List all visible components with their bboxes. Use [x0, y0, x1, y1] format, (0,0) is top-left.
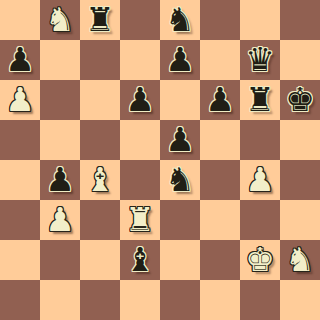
square-f2[interactable]	[200, 240, 240, 280]
square-c7[interactable]	[80, 40, 120, 80]
square-a7[interactable]: ♟	[0, 40, 40, 80]
square-c3[interactable]	[80, 200, 120, 240]
square-a3[interactable]	[0, 200, 40, 240]
black-pawn-icon[interactable]: ♟	[120, 80, 160, 120]
square-d3[interactable]: ♜	[120, 200, 160, 240]
square-a6[interactable]: ♟	[0, 80, 40, 120]
square-e1[interactable]	[160, 280, 200, 320]
black-rook-icon[interactable]: ♜	[240, 80, 280, 120]
square-h3[interactable]	[280, 200, 320, 240]
white-pawn-icon[interactable]: ♟	[240, 160, 280, 200]
square-e2[interactable]	[160, 240, 200, 280]
square-b4[interactable]: ♟	[40, 160, 80, 200]
square-b1[interactable]	[40, 280, 80, 320]
white-pawn-icon[interactable]: ♟	[40, 200, 80, 240]
square-b2[interactable]	[40, 240, 80, 280]
square-d7[interactable]	[120, 40, 160, 80]
white-pawn-icon[interactable]: ♟	[0, 80, 40, 120]
square-a5[interactable]	[0, 120, 40, 160]
square-c1[interactable]	[80, 280, 120, 320]
white-king-icon[interactable]: ♚	[240, 240, 280, 280]
square-h2[interactable]: ♞	[280, 240, 320, 280]
square-c2[interactable]	[80, 240, 120, 280]
square-e4[interactable]: ♞	[160, 160, 200, 200]
square-h4[interactable]	[280, 160, 320, 200]
square-a2[interactable]	[0, 240, 40, 280]
square-h8[interactable]	[280, 0, 320, 40]
black-pawn-icon[interactable]: ♟	[40, 160, 80, 200]
black-rook-icon[interactable]: ♜	[80, 0, 120, 40]
square-h7[interactable]	[280, 40, 320, 80]
square-g7[interactable]: ♛	[240, 40, 280, 80]
square-b3[interactable]: ♟	[40, 200, 80, 240]
chess-board: ♞♜♞♟♟♛♟♟♟♜♚♟♟♝♞♟♟♜♝♚♞	[0, 0, 320, 320]
square-h5[interactable]	[280, 120, 320, 160]
square-c4[interactable]: ♝	[80, 160, 120, 200]
black-pawn-icon[interactable]: ♟	[0, 40, 40, 80]
square-d8[interactable]	[120, 0, 160, 40]
square-d1[interactable]	[120, 280, 160, 320]
square-b6[interactable]	[40, 80, 80, 120]
square-e7[interactable]: ♟	[160, 40, 200, 80]
black-king-icon[interactable]: ♚	[280, 80, 320, 120]
square-a1[interactable]	[0, 280, 40, 320]
square-f8[interactable]	[200, 0, 240, 40]
square-f3[interactable]	[200, 200, 240, 240]
square-c5[interactable]	[80, 120, 120, 160]
square-h6[interactable]: ♚	[280, 80, 320, 120]
square-g3[interactable]	[240, 200, 280, 240]
square-f5[interactable]	[200, 120, 240, 160]
square-b8[interactable]: ♞	[40, 0, 80, 40]
square-f1[interactable]	[200, 280, 240, 320]
square-c8[interactable]: ♜	[80, 0, 120, 40]
black-pawn-icon[interactable]: ♟	[160, 40, 200, 80]
square-e6[interactable]	[160, 80, 200, 120]
square-b7[interactable]	[40, 40, 80, 80]
square-e5[interactable]: ♟	[160, 120, 200, 160]
square-b5[interactable]	[40, 120, 80, 160]
white-knight-icon[interactable]: ♞	[280, 240, 320, 280]
square-e8[interactable]: ♞	[160, 0, 200, 40]
black-queen-icon[interactable]: ♛	[240, 40, 280, 80]
square-g2[interactable]: ♚	[240, 240, 280, 280]
square-g1[interactable]	[240, 280, 280, 320]
black-knight-icon[interactable]: ♞	[160, 0, 200, 40]
square-f4[interactable]	[200, 160, 240, 200]
square-f6[interactable]: ♟	[200, 80, 240, 120]
square-e3[interactable]	[160, 200, 200, 240]
square-d2[interactable]: ♝	[120, 240, 160, 280]
square-g6[interactable]: ♜	[240, 80, 280, 120]
square-a8[interactable]	[0, 0, 40, 40]
square-d4[interactable]	[120, 160, 160, 200]
black-knight-icon[interactable]: ♞	[160, 160, 200, 200]
square-g4[interactable]: ♟	[240, 160, 280, 200]
square-f7[interactable]	[200, 40, 240, 80]
square-c6[interactable]	[80, 80, 120, 120]
square-g8[interactable]	[240, 0, 280, 40]
black-pawn-icon[interactable]: ♟	[200, 80, 240, 120]
white-rook-icon[interactable]: ♜	[120, 200, 160, 240]
square-g5[interactable]	[240, 120, 280, 160]
black-bishop-icon[interactable]: ♝	[120, 240, 160, 280]
square-d5[interactable]	[120, 120, 160, 160]
black-pawn-icon[interactable]: ♟	[160, 120, 200, 160]
white-bishop-icon[interactable]: ♝	[80, 160, 120, 200]
square-h1[interactable]	[280, 280, 320, 320]
square-d6[interactable]: ♟	[120, 80, 160, 120]
white-knight-icon[interactable]: ♞	[40, 0, 80, 40]
square-a4[interactable]	[0, 160, 40, 200]
